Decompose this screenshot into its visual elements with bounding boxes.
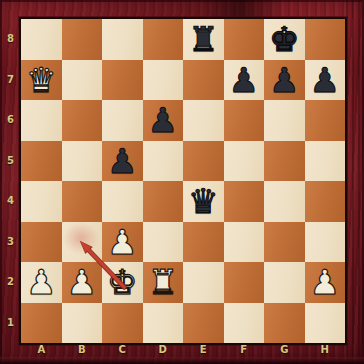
file-label-A: A: [21, 340, 62, 360]
piece-white-pawn-h2[interactable]: ♟: [305, 262, 346, 303]
wood-grain-top: [0, 0, 364, 19]
wood-grain-right: [346, 0, 364, 364]
square-f3[interactable]: [224, 222, 265, 263]
square-b8[interactable]: [62, 19, 103, 60]
square-h5[interactable]: [305, 141, 346, 182]
rank-label-2: 2: [0, 262, 21, 303]
piece-black-pawn-g7[interactable]: ♟: [264, 60, 305, 101]
square-g2[interactable]: [264, 262, 305, 303]
piece-black-pawn-h7[interactable]: ♟: [305, 60, 346, 101]
square-c3[interactable]: ♟: [102, 222, 143, 263]
square-e5[interactable]: [183, 141, 224, 182]
square-f7[interactable]: ♟: [224, 60, 265, 101]
file-label-G: G: [264, 340, 305, 360]
square-g5[interactable]: [264, 141, 305, 182]
piece-black-rook-e8[interactable]: ♜: [183, 19, 224, 60]
square-f6[interactable]: [224, 100, 265, 141]
square-g3[interactable]: [264, 222, 305, 263]
square-h8[interactable]: [305, 19, 346, 60]
square-g8[interactable]: ♚: [264, 19, 305, 60]
piece-white-rook-d2[interactable]: ♜: [143, 262, 184, 303]
piece-black-queen-e4[interactable]: ♛: [183, 181, 224, 222]
rank-label-4: 4: [0, 181, 21, 222]
rank-label-3: 3: [0, 222, 21, 263]
square-e1[interactable]: [183, 303, 224, 344]
square-c7[interactable]: [102, 60, 143, 101]
square-a3[interactable]: [21, 222, 62, 263]
square-c1[interactable]: [102, 303, 143, 344]
square-a4[interactable]: [21, 181, 62, 222]
piece-white-king-c2[interactable]: ♚: [102, 262, 143, 303]
piece-white-pawn-a2[interactable]: ♟: [21, 262, 62, 303]
square-h2[interactable]: ♟: [305, 262, 346, 303]
square-a5[interactable]: [21, 141, 62, 182]
piece-black-pawn-f7[interactable]: ♟: [224, 60, 265, 101]
square-f2[interactable]: [224, 262, 265, 303]
square-d2[interactable]: ♜: [143, 262, 184, 303]
square-f4[interactable]: [224, 181, 265, 222]
square-d6[interactable]: ♟: [143, 100, 184, 141]
square-d5[interactable]: [143, 141, 184, 182]
square-g6[interactable]: [264, 100, 305, 141]
square-f8[interactable]: [224, 19, 265, 60]
square-d8[interactable]: [143, 19, 184, 60]
square-c4[interactable]: [102, 181, 143, 222]
chess-board[interactable]: ♜♚♛♟♟♟♟♟♛♟♟♟♚♜♟: [21, 19, 345, 343]
square-h1[interactable]: [305, 303, 346, 344]
rank-label-7: 7: [0, 60, 21, 101]
square-h3[interactable]: [305, 222, 346, 263]
square-b3[interactable]: [62, 222, 103, 263]
square-c6[interactable]: [102, 100, 143, 141]
square-h4[interactable]: [305, 181, 346, 222]
rank-label-1: 1: [0, 303, 21, 344]
square-b7[interactable]: [62, 60, 103, 101]
square-f5[interactable]: [224, 141, 265, 182]
square-d1[interactable]: [143, 303, 184, 344]
square-h6[interactable]: [305, 100, 346, 141]
file-label-D: D: [143, 340, 184, 360]
file-label-F: F: [224, 340, 265, 360]
piece-white-queen-a7[interactable]: ♛: [21, 60, 62, 101]
chess-board-screenshot: { "game": "chess", "view": "2D board dia…: [0, 0, 364, 364]
square-g7[interactable]: ♟: [264, 60, 305, 101]
file-label-H: H: [305, 340, 346, 360]
piece-white-pawn-c3[interactable]: ♟: [102, 222, 143, 263]
square-f1[interactable]: [224, 303, 265, 344]
square-e3[interactable]: [183, 222, 224, 263]
square-g1[interactable]: [264, 303, 305, 344]
square-c5[interactable]: ♟: [102, 141, 143, 182]
file-label-E: E: [183, 340, 224, 360]
square-a1[interactable]: [21, 303, 62, 344]
piece-white-pawn-b2[interactable]: ♟: [62, 262, 103, 303]
square-e7[interactable]: [183, 60, 224, 101]
file-label-B: B: [62, 340, 103, 360]
square-d7[interactable]: [143, 60, 184, 101]
piece-black-pawn-d6[interactable]: ♟: [143, 100, 184, 141]
rank-label-5: 5: [0, 141, 21, 182]
file-label-C: C: [102, 340, 143, 360]
piece-black-king-g8[interactable]: ♚: [264, 19, 305, 60]
square-b6[interactable]: [62, 100, 103, 141]
square-e4[interactable]: ♛: [183, 181, 224, 222]
square-b1[interactable]: [62, 303, 103, 344]
square-g4[interactable]: [264, 181, 305, 222]
square-d3[interactable]: [143, 222, 184, 263]
square-a7[interactable]: ♛: [21, 60, 62, 101]
square-a8[interactable]: [21, 19, 62, 60]
square-b5[interactable]: [62, 141, 103, 182]
square-e6[interactable]: [183, 100, 224, 141]
square-b2[interactable]: ♟: [62, 262, 103, 303]
square-a6[interactable]: [21, 100, 62, 141]
square-b4[interactable]: [62, 181, 103, 222]
square-e2[interactable]: [183, 262, 224, 303]
rank-label-6: 6: [0, 100, 21, 141]
square-h7[interactable]: ♟: [305, 60, 346, 101]
square-e8[interactable]: ♜: [183, 19, 224, 60]
square-c8[interactable]: [102, 19, 143, 60]
rank-label-8: 8: [0, 19, 21, 60]
square-a2[interactable]: ♟: [21, 262, 62, 303]
piece-black-pawn-c5[interactable]: ♟: [102, 141, 143, 182]
square-c2[interactable]: ♚: [102, 262, 143, 303]
square-d4[interactable]: [143, 181, 184, 222]
